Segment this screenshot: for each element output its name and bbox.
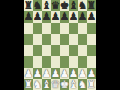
- square-g4[interactable]: [78, 45, 87, 56]
- square-c1[interactable]: ♝: [42, 79, 51, 90]
- black-pawn[interactable]: ♟: [42, 11, 51, 22]
- square-b4[interactable]: [33, 45, 42, 56]
- white-rook[interactable]: ♜: [24, 78, 33, 89]
- black-pawn[interactable]: ♟: [69, 11, 78, 22]
- white-rook[interactable]: ♜: [87, 78, 96, 89]
- white-knight[interactable]: ♞: [33, 78, 42, 89]
- black-pawn[interactable]: ♟: [33, 11, 42, 22]
- black-pawn[interactable]: ♟: [51, 11, 60, 22]
- square-d1[interactable]: ♛: [51, 79, 60, 90]
- white-knight[interactable]: ♞: [78, 78, 87, 89]
- black-pawn[interactable]: ♟: [24, 11, 33, 22]
- square-g5[interactable]: [78, 34, 87, 45]
- square-b7[interactable]: ♟: [33, 11, 42, 22]
- white-bishop[interactable]: ♝: [69, 78, 78, 89]
- letterbox-left: [0, 0, 24, 90]
- square-d5[interactable]: [51, 34, 60, 45]
- square-e4[interactable]: [60, 45, 69, 56]
- square-b5[interactable]: [33, 34, 42, 45]
- square-e5[interactable]: [60, 34, 69, 45]
- square-g7[interactable]: ♟: [78, 11, 87, 22]
- square-e7[interactable]: ♟: [60, 11, 69, 22]
- square-f7[interactable]: ♟: [69, 11, 78, 22]
- square-a1[interactable]: ♜: [24, 79, 33, 90]
- black-pawn[interactable]: ♟: [60, 11, 69, 22]
- square-h5[interactable]: [87, 34, 96, 45]
- square-g1[interactable]: ♞: [78, 79, 87, 90]
- square-h1[interactable]: ♜: [87, 79, 96, 90]
- square-d4[interactable]: [51, 45, 60, 56]
- white-bishop[interactable]: ♝: [42, 78, 51, 89]
- square-f4[interactable]: [69, 45, 78, 56]
- square-d7[interactable]: ♟: [51, 11, 60, 22]
- square-a4[interactable]: [24, 45, 33, 56]
- square-h7[interactable]: ♟: [87, 11, 96, 22]
- letterbox-right: [96, 0, 120, 90]
- black-pawn[interactable]: ♟: [87, 11, 96, 22]
- square-b6[interactable]: [33, 23, 42, 34]
- chess-board: ♜♞♝♛♚♝♞♜♟♟♟♟♟♟♟♟♟♟♟♟♟♟♟♟♜♞♝♛♚♝♞♜: [24, 0, 96, 90]
- square-h6[interactable]: [87, 23, 96, 34]
- square-f6[interactable]: [69, 23, 78, 34]
- square-c6[interactable]: [42, 23, 51, 34]
- square-f1[interactable]: ♝: [69, 79, 78, 90]
- black-pawn[interactable]: ♟: [78, 11, 87, 22]
- square-f5[interactable]: [69, 34, 78, 45]
- square-a6[interactable]: [24, 23, 33, 34]
- square-b1[interactable]: ♞: [33, 79, 42, 90]
- square-d6[interactable]: [51, 23, 60, 34]
- white-king[interactable]: ♚: [60, 78, 69, 89]
- letterboxed-stage: ♜♞♝♛♚♝♞♜♟♟♟♟♟♟♟♟♟♟♟♟♟♟♟♟♜♞♝♛♚♝♞♜: [0, 0, 120, 90]
- square-g6[interactable]: [78, 23, 87, 34]
- square-a5[interactable]: [24, 34, 33, 45]
- square-h4[interactable]: [87, 45, 96, 56]
- square-a7[interactable]: ♟: [24, 11, 33, 22]
- white-queen[interactable]: ♛: [51, 78, 60, 89]
- square-e6[interactable]: [60, 23, 69, 34]
- square-c7[interactable]: ♟: [42, 11, 51, 22]
- square-e1[interactable]: ♚: [60, 79, 69, 90]
- square-c5[interactable]: [42, 34, 51, 45]
- square-c4[interactable]: [42, 45, 51, 56]
